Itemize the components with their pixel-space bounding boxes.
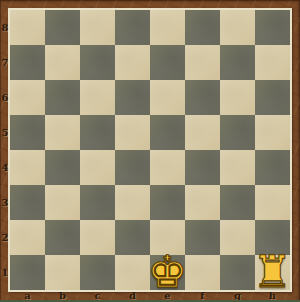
file-label-d: d [115,290,150,300]
square-b8[interactable] [45,10,80,45]
square-c1[interactable] [80,255,115,290]
square-g3[interactable] [220,185,255,220]
square-b6[interactable] [45,80,80,115]
square-f3[interactable] [185,185,220,220]
square-a1[interactable] [10,255,45,290]
rank-labels: 87654321 [0,10,10,290]
square-f4[interactable] [185,150,220,185]
square-f7[interactable] [185,45,220,80]
square-d4[interactable] [115,150,150,185]
square-b1[interactable] [45,255,80,290]
square-c2[interactable] [80,220,115,255]
rank-label-2: 2 [0,220,10,255]
file-label-c: c [80,290,115,300]
square-a7[interactable] [10,45,45,80]
square-h1[interactable]: ♜ [255,255,290,290]
square-f8[interactable] [185,10,220,45]
file-label-g: g [220,290,255,300]
square-d8[interactable] [115,10,150,45]
square-c5[interactable] [80,115,115,150]
piece-white-king[interactable]: ♚ [148,254,187,290]
square-g2[interactable] [220,220,255,255]
square-f1[interactable] [185,255,220,290]
square-e4[interactable] [150,150,185,185]
square-b3[interactable] [45,185,80,220]
rank-label-6: 6 [0,80,10,115]
file-label-h: h [255,290,290,300]
chess-board-widget: 87654321 ♚♜ abcdefgh [0,0,300,302]
square-b4[interactable] [45,150,80,185]
square-g6[interactable] [220,80,255,115]
file-label-e: e [150,290,185,300]
square-h6[interactable] [255,80,290,115]
square-b7[interactable] [45,45,80,80]
rank-label-3: 3 [0,185,10,220]
rank-label-5: 5 [0,115,10,150]
square-c7[interactable] [80,45,115,80]
piece-white-rook[interactable]: ♜ [253,254,292,290]
square-g7[interactable] [220,45,255,80]
square-e1[interactable]: ♚ [150,255,185,290]
file-label-b: b [45,290,80,300]
rank-label-1: 1 [0,255,10,290]
board: ♚♜ [10,10,290,290]
square-e6[interactable] [150,80,185,115]
square-a2[interactable] [10,220,45,255]
square-g8[interactable] [220,10,255,45]
square-d2[interactable] [115,220,150,255]
square-e5[interactable] [150,115,185,150]
square-g1[interactable] [220,255,255,290]
square-e8[interactable] [150,10,185,45]
square-a6[interactable] [10,80,45,115]
square-a5[interactable] [10,115,45,150]
square-g4[interactable] [220,150,255,185]
square-h7[interactable] [255,45,290,80]
file-label-f: f [185,290,220,300]
file-labels: abcdefgh [10,290,290,300]
square-c8[interactable] [80,10,115,45]
square-c4[interactable] [80,150,115,185]
file-label-a: a [10,290,45,300]
square-a8[interactable] [10,10,45,45]
square-d1[interactable] [115,255,150,290]
square-b2[interactable] [45,220,80,255]
square-d3[interactable] [115,185,150,220]
square-d7[interactable] [115,45,150,80]
rank-label-4: 4 [0,150,10,185]
square-d6[interactable] [115,80,150,115]
square-g5[interactable] [220,115,255,150]
square-c3[interactable] [80,185,115,220]
square-a4[interactable] [10,150,45,185]
square-f2[interactable] [185,220,220,255]
square-h8[interactable] [255,10,290,45]
square-f5[interactable] [185,115,220,150]
square-a3[interactable] [10,185,45,220]
square-d5[interactable] [115,115,150,150]
square-h5[interactable] [255,115,290,150]
square-h3[interactable] [255,185,290,220]
rank-label-7: 7 [0,45,10,80]
square-f6[interactable] [185,80,220,115]
square-e3[interactable] [150,185,185,220]
square-b5[interactable] [45,115,80,150]
square-c6[interactable] [80,80,115,115]
square-h4[interactable] [255,150,290,185]
rank-label-8: 8 [0,10,10,45]
board-frame: ♚♜ [8,8,292,292]
square-e7[interactable] [150,45,185,80]
